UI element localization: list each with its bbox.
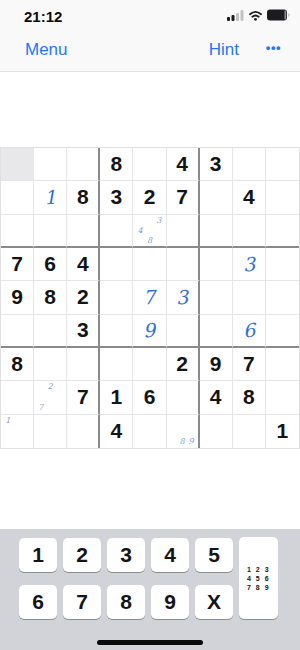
given-digit: 8 [243,385,255,409]
given-digit: 3 [210,152,222,176]
cell-r8c2[interactable]: 27 [34,381,67,414]
cell-r6c2[interactable] [34,315,67,348]
pencil-mode-key[interactable]: 1 2 34 5 67 8 9 [239,537,278,619]
cell-r4c2[interactable]: 6 [34,248,67,281]
pencil-key-line: 7 8 9 [247,583,270,592]
cell-r1c4[interactable]: 8 [100,148,133,181]
cell-r4c6[interactable] [167,248,200,281]
given-digit: 8 [44,285,56,309]
cell-r9c1[interactable]: 1 [1,415,34,448]
sudoku-app-screen: 21:12 [0,0,300,650]
user-digit: 3 [175,286,189,309]
digit-key-8[interactable]: 8 [107,585,145,619]
cell-r4c7[interactable] [200,248,233,281]
cell-r8c1[interactable] [1,381,34,414]
cell-r7c3[interactable] [67,348,100,381]
hint-button[interactable]: Hint [209,40,239,60]
given-digit: 6 [144,385,156,409]
given-digit: 3 [111,185,123,209]
cell-r3c3[interactable] [67,215,100,248]
cell-r5c6[interactable]: 3 [167,281,200,314]
pencil-key-line: 1 2 3 [247,565,270,574]
given-digit: 7 [176,185,188,209]
cell-r2c9[interactable] [266,181,299,214]
cell-r5c8[interactable] [233,281,266,314]
pencil-mark-digit: 4 [135,226,144,236]
cell-r4c9[interactable] [266,248,299,281]
wifi-icon [248,10,263,21]
cell-r6c8[interactable]: 6 [233,315,266,348]
cell-r3c2[interactable] [34,215,67,248]
cell-r7c5[interactable] [133,348,166,381]
cell-r9c8[interactable] [233,415,266,448]
cell-r8c7[interactable]: 4 [200,381,233,414]
digit-key-6[interactable]: 6 [19,585,57,619]
cell-r7c7[interactable]: 9 [200,348,233,381]
cell-r2c7[interactable] [200,181,233,214]
cell-r5c3[interactable]: 2 [67,281,100,314]
given-digit: 1 [277,419,289,443]
cell-r9c7[interactable] [200,415,233,448]
cell-r9c9[interactable]: 1 [266,415,299,448]
cell-r4c4[interactable] [100,248,133,281]
cell-r6c7[interactable] [200,315,233,348]
given-digit: 1 [111,385,123,409]
home-indicator[interactable] [97,640,203,645]
given-digit: 4 [243,185,255,209]
cell-r1c7[interactable]: 3 [200,148,233,181]
digit-key-9[interactable]: 9 [151,585,189,619]
pencil-mark-digit: 3 [154,216,163,226]
cell-r7c8[interactable]: 7 [233,348,266,381]
pencil-key-line: 4 5 6 [247,574,270,583]
digit-key-7[interactable]: 7 [63,585,101,619]
user-digit: 1 [43,186,57,209]
given-digit: 7 [77,385,89,409]
header: 21:12 [0,0,300,72]
cell-r5c1[interactable]: 9 [1,281,34,314]
given-digit: 7 [243,352,255,376]
cell-r1c6[interactable]: 4 [167,148,200,181]
given-digit: 9 [210,352,222,376]
cell-r9c2[interactable] [34,415,67,448]
cellular-signal-icon [227,10,244,21]
user-digit: 9 [143,319,157,342]
battery-icon [267,9,291,21]
digit-key-1[interactable]: 1 [19,538,57,572]
cell-r4c5[interactable] [133,248,166,281]
more-options-button[interactable]: ••• [266,40,281,55]
cell-r2c8[interactable]: 4 [233,181,266,214]
cell-r7c4[interactable] [100,348,133,381]
cell-r4c8[interactable]: 3 [233,248,266,281]
cell-r5c9[interactable] [266,281,299,314]
digit-key-3[interactable]: 3 [107,538,145,572]
cell-r8c9[interactable] [266,381,299,414]
cell-r6c6[interactable] [167,315,200,348]
digit-key-4[interactable]: 4 [151,538,189,572]
cell-r8c5[interactable]: 6 [133,381,166,414]
user-digit: 3 [242,253,256,276]
pencil-marks: 89 [169,416,196,447]
given-digit: 6 [44,252,56,276]
cell-r9c6[interactable]: 89 [167,415,200,448]
cell-r9c3[interactable] [67,415,100,448]
cell-r9c4[interactable]: 4 [100,415,133,448]
cell-r3c1[interactable] [1,215,34,248]
digit-key-2[interactable]: 2 [63,538,101,572]
pencil-mark-digit: 7 [36,403,45,413]
given-digit: 2 [176,352,188,376]
keypad-row-1: 12345 [19,538,233,572]
pencil-mark-digit: 9 [187,437,196,447]
digit-key-5[interactable]: 5 [195,538,233,572]
given-digit: 8 [111,152,123,176]
cell-r2c5[interactable]: 2 [133,181,166,214]
user-digit: 6 [242,319,256,342]
given-digit: 2 [144,185,156,209]
given-digit: 8 [77,185,89,209]
cell-r8c3[interactable]: 7 [67,381,100,414]
erase-key[interactable]: X [195,585,233,619]
cell-r8c6[interactable] [167,381,200,414]
cell-r5c4[interactable] [100,281,133,314]
pencil-mark-digit: 1 [3,416,12,426]
cell-r8c4[interactable]: 1 [100,381,133,414]
given-digit: 7 [11,252,23,276]
cell-r2c1[interactable] [1,181,34,214]
given-digit: 4 [176,152,188,176]
given-digit: 8 [11,352,23,376]
cell-r1c5[interactable] [133,148,166,181]
keypad: 12345 6789X 1 2 34 5 67 8 9 [0,529,300,650]
cell-r6c9[interactable] [266,315,299,348]
nav-row: Menu Hint ••• [0,30,300,72]
cell-r3c6[interactable] [167,215,200,248]
cell-r4c1[interactable]: 7 [1,248,34,281]
cell-r4c3[interactable]: 4 [67,248,100,281]
cell-r9c5[interactable] [133,415,166,448]
cell-r7c9[interactable] [266,348,299,381]
cell-r2c4[interactable]: 3 [100,181,133,214]
keypad-row-2: 6789X [19,585,233,619]
cell-r3c4[interactable] [100,215,133,248]
given-digit: 3 [77,318,89,342]
cell-r5c2[interactable]: 8 [34,281,67,314]
status-bar: 21:12 [0,0,300,30]
cell-r7c1[interactable]: 8 [1,348,34,381]
pencil-mark-digit: 8 [145,236,154,246]
sudoku-board: 8431832743487643982733968297277164814891 [0,147,300,449]
given-digit: 2 [77,285,89,309]
cell-r7c6[interactable]: 2 [167,348,200,381]
cell-r3c8[interactable] [233,215,266,248]
given-digit: 4 [210,385,222,409]
status-icons [227,9,291,21]
cell-r8c8[interactable]: 8 [233,381,266,414]
cell-r6c1[interactable] [1,315,34,348]
cell-r1c2[interactable] [34,148,67,181]
cell-r6c5[interactable]: 9 [133,315,166,348]
cell-r3c9[interactable] [266,215,299,248]
cell-r3c7[interactable] [200,215,233,248]
cell-r2c2[interactable]: 1 [34,181,67,214]
given-digit: 4 [111,419,123,443]
pencil-marks: 348 [135,216,163,245]
cell-r1c3[interactable] [67,148,100,181]
cell-r6c4[interactable] [100,315,133,348]
given-digit: 4 [77,252,89,276]
cell-r6c3[interactable]: 3 [67,315,100,348]
cell-r2c6[interactable]: 7 [167,181,200,214]
cell-r5c7[interactable] [200,281,233,314]
menu-button[interactable]: Menu [25,40,68,60]
pencil-marks: 1 [3,416,31,447]
cell-r7c2[interactable] [34,348,67,381]
cell-r1c9[interactable] [266,148,299,181]
cell-r1c1[interactable] [1,148,34,181]
pencil-mark-digit: 2 [45,382,54,392]
user-digit: 7 [143,286,157,309]
given-digit: 9 [11,285,23,309]
pencil-marks: 27 [36,382,64,412]
cell-r5c5[interactable]: 7 [133,281,166,314]
status-time: 21:12 [24,8,62,25]
cell-r2c3[interactable]: 8 [67,181,100,214]
cell-r3c5[interactable]: 348 [133,215,166,248]
cell-r1c8[interactable] [233,148,266,181]
pencil-mark-digit: 8 [178,437,187,447]
